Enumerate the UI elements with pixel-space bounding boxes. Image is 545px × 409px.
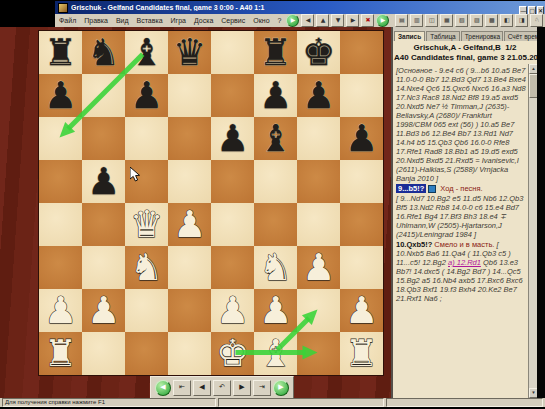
white-pawn-piece: ♟ xyxy=(168,203,211,246)
white-rook-piece: ♜ xyxy=(340,332,383,375)
menu-item-файл[interactable]: Файл xyxy=(55,16,80,25)
black-pawn-piece: ♟ xyxy=(297,74,340,117)
notation-scrollbar[interactable]: ▲ ▼ xyxy=(528,64,537,398)
vcr-first-move-button[interactable]: ⇤ xyxy=(173,380,191,396)
square-e2[interactable]: ♟ xyxy=(211,289,254,332)
open-database-icon[interactable]: ▥ xyxy=(410,14,423,27)
black-pawn-piece: ♟ xyxy=(39,74,82,117)
white-pawn-piece: ♟ xyxy=(211,289,254,332)
square-d3[interactable] xyxy=(168,246,211,289)
current-move[interactable]: 9...b5!? xyxy=(396,184,426,193)
black-pawn-piece: ♟ xyxy=(340,117,383,160)
square-f4[interactable] xyxy=(254,203,297,246)
white-rook-piece: ♜ xyxy=(39,332,82,375)
vcr-last-move-button[interactable]: ⇥ xyxy=(253,380,271,396)
square-h6[interactable]: ♟ xyxy=(340,117,383,160)
layout-icon[interactable]: ◨ xyxy=(515,14,528,27)
status-bar: Для получения справки нажмите F1 xyxy=(0,398,545,407)
black-bishop-piece: ♝ xyxy=(254,117,297,160)
square-a6[interactable] xyxy=(39,117,82,160)
square-e1[interactable]: ♚ xyxy=(211,332,254,375)
square-g8[interactable]: ♚ xyxy=(297,31,340,74)
square-h2[interactable]: ♟ xyxy=(340,289,383,332)
square-b2[interactable]: ♟ xyxy=(82,289,125,332)
vcr-takeback-button[interactable]: ↶ xyxy=(213,380,231,396)
delete-icon[interactable]: ✖ xyxy=(361,14,374,27)
square-h4[interactable] xyxy=(340,203,383,246)
notation-panel: ЗаписьТаблицаТренировкаСчёт врем.Книга ◀… xyxy=(391,27,537,398)
status-text: Для получения справки нажмите F1 xyxy=(2,398,216,407)
panel-tab-strip: ЗаписьТаблицаТренировкаСчёт врем.Книга ◀… xyxy=(393,27,537,41)
square-h1[interactable]: ♜ xyxy=(340,332,383,375)
square-c8[interactable]: ♝ xyxy=(125,31,168,74)
white-pawn-piece: ♟ xyxy=(340,289,383,332)
square-g1[interactable] xyxy=(297,332,340,375)
black-pawn-piece: ♟ xyxy=(211,117,254,160)
menu-item-окно[interactable]: Окно xyxy=(249,16,273,25)
up-icon[interactable]: ▲ xyxy=(316,14,329,27)
square-d2[interactable] xyxy=(168,289,211,332)
square-g6[interactable] xyxy=(297,117,340,160)
square-f7[interactable]: ♟ xyxy=(254,74,297,117)
square-c4[interactable]: ♛ xyxy=(125,203,168,246)
square-h3[interactable] xyxy=(340,246,383,289)
menu-item-вид[interactable]: Вид xyxy=(112,16,133,25)
square-c1[interactable] xyxy=(125,332,168,375)
square-a3[interactable] xyxy=(39,246,82,289)
square-d8[interactable]: ♛ xyxy=(168,31,211,74)
black-pawn-piece: ♟ xyxy=(125,74,168,117)
white-knight-piece: ♞ xyxy=(125,246,168,289)
paste-icon[interactable]: ▨ xyxy=(470,14,483,27)
vcr-previous-move-button[interactable]: ◀ xyxy=(193,380,211,396)
menu-bar: ФайлПравкаВидВставкаИграДоскаСервисОкно?… xyxy=(55,14,545,27)
white-king-piece: ♚ xyxy=(211,332,254,375)
vcr-autoplay-back-button[interactable]: ◀ xyxy=(155,380,171,396)
mainline-move[interactable]: 10.Qxb5!? xyxy=(396,240,434,249)
square-g5[interactable] xyxy=(297,160,340,203)
square-b8[interactable]: ♞ xyxy=(82,31,125,74)
print-icon[interactable]: ▦ xyxy=(440,14,453,27)
menu-item-?[interactable]: ? xyxy=(274,16,286,25)
white-pawn-piece: ♟ xyxy=(254,289,297,332)
square-d4[interactable]: ♟ xyxy=(168,203,211,246)
square-d7[interactable] xyxy=(168,74,211,117)
square-e4[interactable] xyxy=(211,203,254,246)
square-b1[interactable] xyxy=(82,332,125,375)
black-bishop-piece: ♝ xyxy=(125,31,168,74)
square-c2[interactable] xyxy=(125,289,168,332)
square-f6[interactable]: ♝ xyxy=(254,117,297,160)
black-rook-piece: ♜ xyxy=(254,31,297,74)
square-d5[interactable] xyxy=(168,160,211,203)
square-a1[interactable]: ♜ xyxy=(39,332,82,375)
white-pawn-piece: ♟ xyxy=(82,289,125,332)
event-label: A40 Candidates final, game 3 21.05.2011 xyxy=(394,53,536,63)
tab-таблица[interactable]: Таблица xyxy=(426,31,460,41)
square-b6[interactable] xyxy=(82,117,125,160)
square-g4[interactable] xyxy=(297,203,340,246)
white-pawn-piece: ♟ xyxy=(297,246,340,289)
square-f8[interactable]: ♜ xyxy=(254,31,297,74)
square-d6[interactable] xyxy=(168,117,211,160)
document-toolbar: ▤▥◫▦▧▨▩◧◨♘✎± xyxy=(394,14,545,27)
black-knight-piece: ♞ xyxy=(82,31,125,74)
white-queen-piece: ♛ xyxy=(125,203,168,246)
text-annotation-icon xyxy=(428,185,436,193)
board-setup-icon[interactable]: ▩ xyxy=(485,14,498,27)
square-g2[interactable] xyxy=(297,289,340,332)
forward-icon[interactable]: ▶ xyxy=(346,14,359,27)
result-label: 1/2 xyxy=(505,43,516,52)
square-a5[interactable] xyxy=(39,160,82,203)
record-icon[interactable]: ▶ xyxy=(286,14,299,27)
scroll-up-icon[interactable]: ▲ xyxy=(529,64,537,74)
board-frame: ♜♞♝♛♜♚♟♟♟♟♟♝♟♟♛♟♞♞♟♟♟♟♟♟♜♚♝♜ ◀⇤◀↶▶⇥▶ xyxy=(0,27,391,398)
vcr-next-move-button[interactable]: ▶ xyxy=(233,380,251,396)
variation-text[interactable]: [Основное - 9.e4 c6 ( 9...b6 10.a5 Be7 1… xyxy=(396,66,526,183)
scrollbar-thumb[interactable] xyxy=(529,74,537,98)
annotation-text: Ход - песня. xyxy=(438,184,482,193)
vcr-control-bar: ◀⇤◀↶▶⇥▶ xyxy=(150,376,294,399)
tab-тренировка[interactable]: Тренировка xyxy=(461,31,503,41)
square-b3[interactable] xyxy=(82,246,125,289)
annotation-text: Смело и в масть. xyxy=(434,240,496,249)
black-pawn-piece: ♟ xyxy=(82,160,125,203)
app-icon xyxy=(58,3,68,13)
flip-board-icon[interactable]: ◧ xyxy=(500,14,513,27)
square-d1[interactable] xyxy=(168,332,211,375)
chess-board: ♜♞♝♛♜♚♟♟♟♟♟♝♟♟♛♟♞♞♟♟♟♟♟♟♜♚♝♜ xyxy=(38,30,384,376)
square-b4[interactable] xyxy=(82,203,125,246)
square-e6[interactable]: ♟ xyxy=(211,117,254,160)
square-f5[interactable] xyxy=(254,160,297,203)
square-a4[interactable] xyxy=(39,203,82,246)
down-icon[interactable]: ▼ xyxy=(331,14,344,27)
menu-item-доска[interactable]: Доска xyxy=(190,16,217,25)
square-h5[interactable] xyxy=(340,160,383,203)
square-a8[interactable]: ♜ xyxy=(39,31,82,74)
square-a2[interactable]: ♟ xyxy=(39,289,82,332)
variation-text[interactable]: [ 9...Nd7 10.Bg2 e5 11.d5 Nb6 12.Qb3 Bf5… xyxy=(396,194,523,239)
square-g7[interactable]: ♟ xyxy=(297,74,340,117)
status-segment xyxy=(218,398,384,407)
game-header: Grischuk,A - Gelfand,B 1/2 A40 Candidate… xyxy=(393,41,537,64)
black-queen-piece: ♛ xyxy=(168,31,211,74)
square-e7[interactable] xyxy=(211,74,254,117)
players-label: Grischuk,A - Gelfand,B xyxy=(414,43,501,52)
application-window: Grischuk - Gelfand Candidates final, gam… xyxy=(0,0,545,409)
black-pawn-piece: ♟ xyxy=(254,74,297,117)
navigation-toolbar: ▶◀▲▼▶✖▶ xyxy=(285,14,390,27)
tab-запись[interactable]: Запись xyxy=(394,31,425,41)
engine-analysis-icon[interactable]: ♘ xyxy=(530,14,543,27)
save-icon[interactable]: ◫ xyxy=(425,14,438,27)
square-c3[interactable]: ♞ xyxy=(125,246,168,289)
window-title: Grischuk - Gelfand Candidates final, gam… xyxy=(71,4,519,11)
variation-link[interactable]: a) 12.Rd1 xyxy=(448,258,481,267)
square-e5[interactable] xyxy=(211,160,254,203)
square-a7[interactable]: ♟ xyxy=(39,74,82,117)
vcr-autoplay-button[interactable]: ▶ xyxy=(273,380,289,396)
white-knight-piece: ♞ xyxy=(254,246,297,289)
square-f1[interactable]: ♝ xyxy=(254,332,297,375)
square-c7[interactable]: ♟ xyxy=(125,74,168,117)
square-h8[interactable] xyxy=(340,31,383,74)
black-king-piece: ♚ xyxy=(297,31,340,74)
square-b5[interactable]: ♟ xyxy=(82,160,125,203)
menu-item-сервис[interactable]: Сервис xyxy=(217,16,249,25)
back-icon[interactable]: ◀ xyxy=(301,14,314,27)
square-b7[interactable] xyxy=(82,74,125,117)
white-pawn-piece: ♟ xyxy=(39,289,82,332)
engine-icon[interactable]: ▶ xyxy=(376,14,389,27)
black-rook-piece: ♜ xyxy=(39,31,82,74)
square-h7[interactable] xyxy=(340,74,383,117)
menu-item-правка[interactable]: Правка xyxy=(80,16,112,25)
menu-item-вставка[interactable]: Вставка xyxy=(133,16,167,25)
notation-body: [Основное - 9.e4 c6 ( 9...b6 10.a5 Be7 1… xyxy=(393,64,529,398)
status-segment xyxy=(386,398,543,407)
square-g3[interactable]: ♟ xyxy=(297,246,340,289)
white-bishop-piece: ♝ xyxy=(254,332,297,375)
title-bar[interactable]: Grischuk - Gelfand Candidates final, gam… xyxy=(55,1,545,14)
menu-item-игра[interactable]: Игра xyxy=(167,16,190,25)
scroll-down-icon[interactable]: ▼ xyxy=(529,388,537,398)
copy-icon[interactable]: ▧ xyxy=(455,14,468,27)
square-f3[interactable]: ♞ xyxy=(254,246,297,289)
square-f2[interactable]: ♟ xyxy=(254,289,297,332)
square-e3[interactable] xyxy=(211,246,254,289)
square-c6[interactable] xyxy=(125,117,168,160)
new-document-icon[interactable]: ▤ xyxy=(395,14,408,27)
screen-right-margin xyxy=(537,27,545,398)
square-e8[interactable] xyxy=(211,31,254,74)
square-c5[interactable] xyxy=(125,160,168,203)
